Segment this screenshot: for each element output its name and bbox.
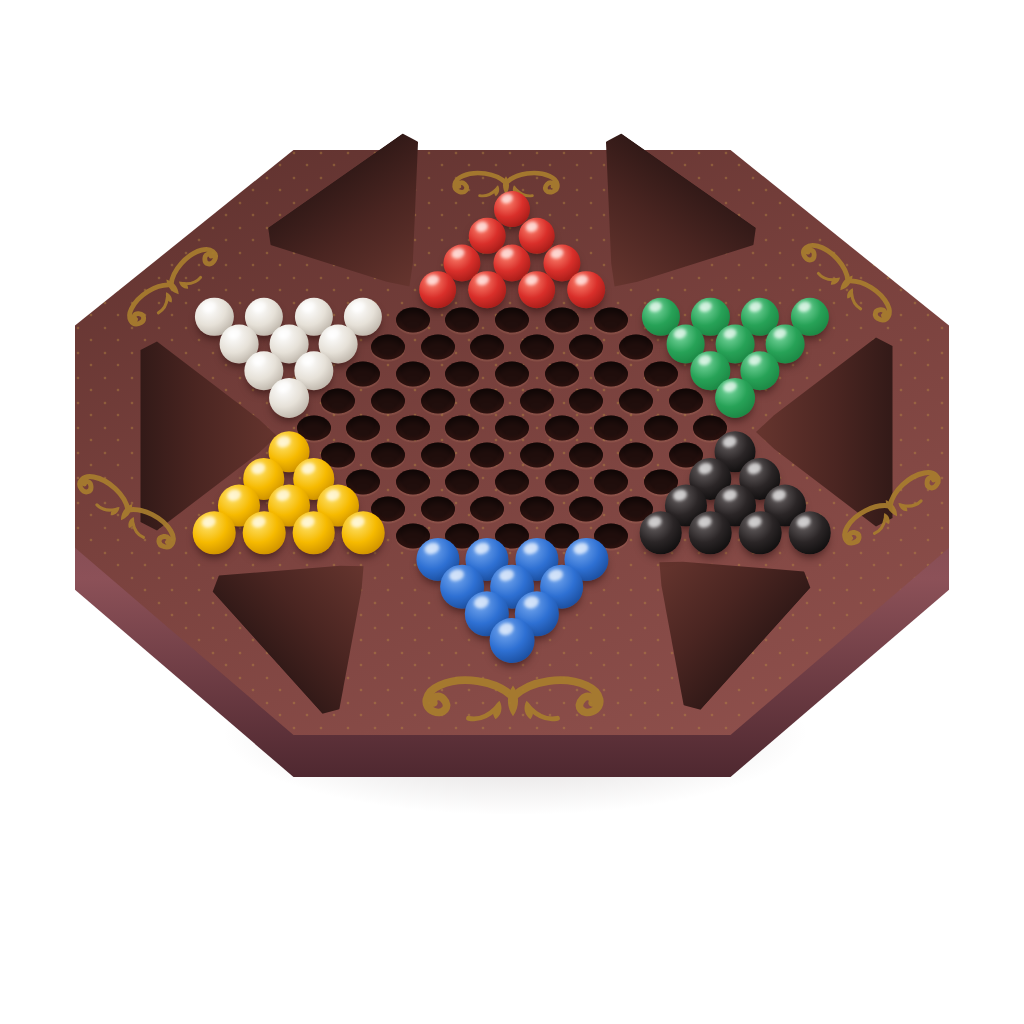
board-hole[interactable] <box>624 442 649 469</box>
hole-recess <box>445 470 479 495</box>
board-hole[interactable] <box>748 306 773 333</box>
board-hole[interactable] <box>648 414 673 441</box>
marble-highlight <box>251 300 266 313</box>
board-hole[interactable] <box>450 414 475 441</box>
hole-recess <box>619 334 653 359</box>
marble-highlight <box>722 434 739 448</box>
marble-highlight <box>450 246 465 259</box>
marble-highlight <box>721 487 738 502</box>
board-hole[interactable] <box>524 387 549 414</box>
board-hole[interactable] <box>475 225 500 252</box>
board-hole[interactable] <box>624 387 649 414</box>
hole-recess <box>619 443 653 468</box>
marble-highlight <box>500 193 515 206</box>
marble-highlight <box>696 514 713 529</box>
marble-highlight <box>722 327 738 341</box>
hole-recess <box>346 361 380 386</box>
board-hole[interactable] <box>351 414 376 441</box>
board-hole[interactable] <box>376 333 401 360</box>
board-hole[interactable] <box>549 414 574 441</box>
hole-recess <box>545 361 579 386</box>
board-hole[interactable] <box>400 469 425 496</box>
hole-recess <box>470 388 504 413</box>
marble-highlight <box>697 461 714 476</box>
black-marble[interactable] <box>639 512 682 555</box>
board-hole[interactable] <box>252 523 277 550</box>
board-hole[interactable] <box>524 442 549 469</box>
marble-highlight <box>522 541 539 556</box>
gold-flourish-ornament-bottom <box>400 668 626 726</box>
marble-highlight <box>448 568 466 583</box>
marble-highlight <box>226 327 242 341</box>
marble-highlight <box>351 300 366 313</box>
marble-highlight <box>472 595 490 611</box>
hole-recess <box>421 334 455 359</box>
board-hole[interactable] <box>797 523 822 550</box>
board-hole[interactable] <box>500 306 525 333</box>
board-hole[interactable] <box>252 306 277 333</box>
yellow-marble[interactable] <box>243 512 286 555</box>
board-hole[interactable] <box>301 360 326 387</box>
hole-recess <box>371 443 405 468</box>
marble-highlight <box>771 487 788 502</box>
board-hole[interactable] <box>500 252 525 279</box>
hole-recess <box>669 388 703 413</box>
hole-recess <box>495 361 529 386</box>
hole-recess <box>644 361 678 386</box>
board-hole[interactable] <box>500 198 525 225</box>
board-hole[interactable] <box>549 252 574 279</box>
hole-recess <box>470 443 504 468</box>
board-hole[interactable] <box>599 414 624 441</box>
green-marble[interactable] <box>715 378 755 418</box>
black-marble[interactable] <box>788 512 831 555</box>
board-hole[interactable] <box>450 360 475 387</box>
marble-highlight <box>672 487 689 502</box>
hole-recess <box>545 415 579 440</box>
hole-recess <box>421 443 455 468</box>
board-hole[interactable] <box>326 387 351 414</box>
hole-recess <box>396 470 430 495</box>
marble-highlight <box>326 327 342 341</box>
marble-highlight <box>225 487 242 502</box>
marble-highlight <box>276 327 292 341</box>
marble-highlight <box>572 541 589 556</box>
black-marble[interactable] <box>689 512 732 555</box>
board-hole[interactable] <box>425 496 450 523</box>
board-hole[interactable] <box>500 631 525 658</box>
board-hole[interactable] <box>549 469 574 496</box>
marble-highlight <box>746 461 763 476</box>
hole-recess <box>619 388 653 413</box>
marble-highlight <box>497 621 515 637</box>
board-hole[interactable] <box>549 306 574 333</box>
hole-recess <box>644 415 678 440</box>
marble-highlight <box>722 380 738 394</box>
marble-highlight <box>648 300 663 313</box>
board-hole[interactable] <box>574 496 599 523</box>
board-hole[interactable] <box>797 306 822 333</box>
board-hole[interactable] <box>574 333 599 360</box>
hole-recess <box>520 497 554 522</box>
board-hole[interactable] <box>202 306 227 333</box>
board-hole[interactable] <box>425 387 450 414</box>
board-hole[interactable] <box>252 360 277 387</box>
board-hole[interactable] <box>450 306 475 333</box>
board-hole[interactable] <box>400 306 425 333</box>
board-hole[interactable] <box>425 279 450 306</box>
board-hole[interactable] <box>673 387 698 414</box>
marble-highlight <box>425 273 440 286</box>
star-board-grid <box>202 198 822 658</box>
board-hole[interactable] <box>574 387 599 414</box>
board-hole[interactable] <box>276 333 301 360</box>
hole-recess <box>470 334 504 359</box>
board-hole[interactable] <box>351 360 376 387</box>
white-marble[interactable] <box>269 378 309 418</box>
hole-recess <box>371 388 405 413</box>
marble-highlight <box>673 327 689 341</box>
hole-recess <box>321 388 355 413</box>
marble-highlight <box>574 273 589 286</box>
red-marble[interactable] <box>518 271 556 309</box>
board-hole[interactable] <box>301 523 326 550</box>
marble-highlight <box>423 541 440 556</box>
hole-recess <box>421 388 455 413</box>
yellow-marble[interactable] <box>292 512 335 555</box>
board-hole[interactable] <box>475 442 500 469</box>
hole-recess <box>594 470 628 495</box>
board-hole[interactable] <box>450 469 475 496</box>
board-hole[interactable] <box>227 333 252 360</box>
board-hole[interactable] <box>772 333 797 360</box>
board-hole[interactable] <box>624 333 649 360</box>
board-hole[interactable] <box>475 279 500 306</box>
board-hole[interactable] <box>698 360 723 387</box>
board-hole[interactable] <box>698 523 723 550</box>
marble-highlight <box>522 595 540 611</box>
marble-highlight <box>497 568 515 583</box>
board-hole[interactable] <box>524 279 549 306</box>
board-hole[interactable] <box>648 360 673 387</box>
marble-highlight <box>275 434 292 448</box>
board-hole[interactable] <box>748 523 773 550</box>
hole-recess <box>445 361 479 386</box>
marble-highlight <box>250 514 267 529</box>
hole-recess <box>371 334 405 359</box>
board-hole[interactable] <box>400 414 425 441</box>
hole-recess <box>495 415 529 440</box>
marble-highlight <box>747 354 763 368</box>
marble-highlight <box>250 461 267 476</box>
board-hole[interactable] <box>524 225 549 252</box>
chinese-checkers-board-photo <box>0 0 1024 1024</box>
marble-highlight <box>547 568 565 583</box>
board-hole[interactable] <box>475 333 500 360</box>
board-hole[interactable] <box>202 523 227 550</box>
yellow-marble[interactable] <box>193 512 236 555</box>
hole-recess <box>569 388 603 413</box>
board-hole[interactable] <box>648 306 673 333</box>
blue-marble[interactable] <box>490 618 535 663</box>
marble-highlight <box>475 273 490 286</box>
hole-recess <box>445 415 479 440</box>
hole-recess <box>594 415 628 440</box>
hole-recess <box>495 307 529 332</box>
board-hole[interactable] <box>574 442 599 469</box>
board-hole[interactable] <box>425 442 450 469</box>
board-hole[interactable] <box>698 306 723 333</box>
board-hole[interactable] <box>475 387 500 414</box>
red-marble[interactable] <box>568 271 606 309</box>
marble-highlight <box>647 514 664 529</box>
board-hole[interactable] <box>723 387 748 414</box>
marble-highlight <box>747 300 762 313</box>
hole-recess <box>545 307 579 332</box>
board-hole[interactable] <box>301 414 326 441</box>
board-hole[interactable] <box>748 360 773 387</box>
board-hole[interactable] <box>351 306 376 333</box>
board-hole[interactable] <box>599 360 624 387</box>
board-hole[interactable] <box>500 360 525 387</box>
marble-highlight <box>275 487 292 502</box>
board-hole[interactable] <box>500 414 525 441</box>
marble-highlight <box>301 300 316 313</box>
marble-highlight <box>276 380 292 394</box>
board-hole[interactable] <box>599 469 624 496</box>
marble-highlight <box>251 354 267 368</box>
hole-recess <box>520 388 554 413</box>
board-hole[interactable] <box>524 333 549 360</box>
marble-highlight <box>301 354 317 368</box>
board-hole[interactable] <box>400 360 425 387</box>
board-hole[interactable] <box>549 360 574 387</box>
board-hole[interactable] <box>376 387 401 414</box>
red-marble[interactable] <box>468 271 506 309</box>
marble-highlight <box>349 514 366 529</box>
hole-recess <box>569 443 603 468</box>
yellow-marble[interactable] <box>342 512 385 555</box>
hole-recess <box>470 497 504 522</box>
hole-recess <box>421 497 455 522</box>
marble-highlight <box>697 354 713 368</box>
hole-recess <box>396 307 430 332</box>
marble-highlight <box>475 220 490 233</box>
marble-highlight <box>698 300 713 313</box>
board-hole[interactable] <box>351 523 376 550</box>
hole-recess <box>594 307 628 332</box>
board-hole[interactable] <box>425 333 450 360</box>
marble-highlight <box>300 461 317 476</box>
hole-recess <box>520 334 554 359</box>
hole-recess <box>346 415 380 440</box>
marble-highlight <box>202 300 217 313</box>
red-marble[interactable] <box>419 271 457 309</box>
marble-highlight <box>772 327 788 341</box>
marble-highlight <box>795 514 812 529</box>
marble-highlight <box>324 487 341 502</box>
hole-recess <box>520 443 554 468</box>
hole-recess <box>445 307 479 332</box>
board-hole[interactable] <box>599 306 624 333</box>
marble-highlight <box>797 300 812 313</box>
marble-highlight <box>524 273 539 286</box>
marble-highlight <box>746 514 763 529</box>
hole-recess <box>569 334 603 359</box>
board-hole[interactable] <box>475 496 500 523</box>
board-hole[interactable] <box>524 496 549 523</box>
marble-highlight <box>299 514 316 529</box>
marble-highlight <box>200 514 217 529</box>
marble-highlight <box>525 220 540 233</box>
board-hole[interactable] <box>673 333 698 360</box>
hole-recess <box>569 497 603 522</box>
board-hole[interactable] <box>301 306 326 333</box>
board-hole[interactable] <box>574 279 599 306</box>
board-hole[interactable] <box>276 387 301 414</box>
hole-recess <box>396 361 430 386</box>
black-marble[interactable] <box>739 512 782 555</box>
hole-recess <box>545 470 579 495</box>
marble-highlight <box>473 541 490 556</box>
board-hole[interactable] <box>723 333 748 360</box>
marble-highlight <box>549 246 564 259</box>
board-hole[interactable] <box>648 523 673 550</box>
hole-recess <box>594 361 628 386</box>
board-hole[interactable] <box>500 469 525 496</box>
board-hole[interactable] <box>376 442 401 469</box>
hole-recess <box>495 470 529 495</box>
board-hole[interactable] <box>326 333 351 360</box>
hole-recess <box>396 415 430 440</box>
marble-highlight <box>500 246 515 259</box>
board-hole[interactable] <box>450 252 475 279</box>
